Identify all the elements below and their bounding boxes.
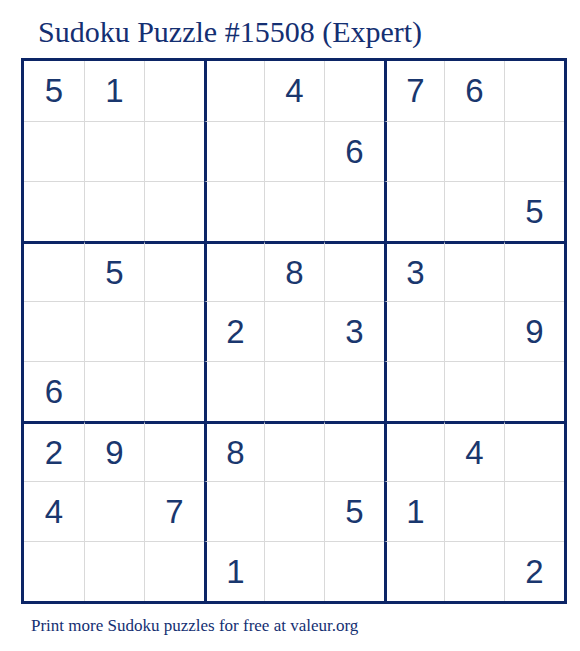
cell-r1c8: 6 xyxy=(444,61,504,121)
cell-r7c9 xyxy=(504,421,564,481)
cell-r9c2 xyxy=(84,541,144,601)
cell-r3c2 xyxy=(84,181,144,241)
cell-r8c3: 7 xyxy=(144,481,204,541)
cell-r1c3 xyxy=(144,61,204,121)
cell-r3c8 xyxy=(444,181,504,241)
cell-r9c1 xyxy=(24,541,84,601)
cell-r7c2: 9 xyxy=(84,421,144,481)
cell-r2c6: 6 xyxy=(324,121,384,181)
cell-r9c6 xyxy=(324,541,384,601)
cell-r2c8 xyxy=(444,121,504,181)
cell-r8c8 xyxy=(444,481,504,541)
cell-r5c3 xyxy=(144,301,204,361)
cell-r2c9 xyxy=(504,121,564,181)
cell-r7c8: 4 xyxy=(444,421,504,481)
cell-r4c1 xyxy=(24,241,84,301)
cell-r1c4 xyxy=(204,61,264,121)
cell-r2c4 xyxy=(204,121,264,181)
cell-r9c4: 1 xyxy=(204,541,264,601)
sudoku-grid: 514766558323962984475112 xyxy=(21,58,567,604)
cell-r5c9: 9 xyxy=(504,301,564,361)
cell-r4c4 xyxy=(204,241,264,301)
cell-r4c8 xyxy=(444,241,504,301)
cell-r2c5 xyxy=(264,121,324,181)
cell-r5c2 xyxy=(84,301,144,361)
cell-r2c2 xyxy=(84,121,144,181)
page-title: Sudoku Puzzle #15508 (Expert) xyxy=(38,14,422,50)
cell-r4c9 xyxy=(504,241,564,301)
cell-r7c1: 2 xyxy=(24,421,84,481)
cell-r6c4 xyxy=(204,361,264,421)
cell-r6c3 xyxy=(144,361,204,421)
cell-r5c4: 2 xyxy=(204,301,264,361)
cell-r5c1 xyxy=(24,301,84,361)
cell-r3c3 xyxy=(144,181,204,241)
cell-r6c1: 6 xyxy=(24,361,84,421)
cell-r2c7 xyxy=(384,121,444,181)
cell-r8c7: 1 xyxy=(384,481,444,541)
cell-r3c4 xyxy=(204,181,264,241)
cell-r1c1: 5 xyxy=(24,61,84,121)
cell-r6c9 xyxy=(504,361,564,421)
cell-r7c3 xyxy=(144,421,204,481)
cell-r1c5: 4 xyxy=(264,61,324,121)
cell-r4c3 xyxy=(144,241,204,301)
cell-r1c7: 7 xyxy=(384,61,444,121)
footer-text: Print more Sudoku puzzles for free at va… xyxy=(31,614,358,638)
cell-r6c5 xyxy=(264,361,324,421)
cell-r3c5 xyxy=(264,181,324,241)
cell-r9c7 xyxy=(384,541,444,601)
cell-r1c2: 1 xyxy=(84,61,144,121)
cell-r5c7 xyxy=(384,301,444,361)
cell-r8c5 xyxy=(264,481,324,541)
cell-r5c6: 3 xyxy=(324,301,384,361)
cell-r8c6: 5 xyxy=(324,481,384,541)
cell-r5c8 xyxy=(444,301,504,361)
cell-r7c5 xyxy=(264,421,324,481)
cell-r9c9: 2 xyxy=(504,541,564,601)
cell-r4c2: 5 xyxy=(84,241,144,301)
cell-r3c9: 5 xyxy=(504,181,564,241)
cell-r4c5: 8 xyxy=(264,241,324,301)
cell-r1c9 xyxy=(504,61,564,121)
cell-r9c8 xyxy=(444,541,504,601)
cell-r7c4: 8 xyxy=(204,421,264,481)
cell-r2c1 xyxy=(24,121,84,181)
cell-r3c6 xyxy=(324,181,384,241)
cell-r8c2 xyxy=(84,481,144,541)
cell-r6c8 xyxy=(444,361,504,421)
cell-r9c5 xyxy=(264,541,324,601)
cell-r4c7: 3 xyxy=(384,241,444,301)
cell-r8c4 xyxy=(204,481,264,541)
cell-r7c7 xyxy=(384,421,444,481)
cell-r6c6 xyxy=(324,361,384,421)
cell-r4c6 xyxy=(324,241,384,301)
cell-r6c2 xyxy=(84,361,144,421)
cell-r3c1 xyxy=(24,181,84,241)
cell-r2c3 xyxy=(144,121,204,181)
cell-r3c7 xyxy=(384,181,444,241)
sudoku-page: Sudoku Puzzle #15508 (Expert) 5147665583… xyxy=(0,0,580,651)
cell-r8c1: 4 xyxy=(24,481,84,541)
cell-r6c7 xyxy=(384,361,444,421)
cell-r1c6 xyxy=(324,61,384,121)
cell-r7c6 xyxy=(324,421,384,481)
cell-r5c5 xyxy=(264,301,324,361)
cell-r9c3 xyxy=(144,541,204,601)
cell-r8c9 xyxy=(504,481,564,541)
